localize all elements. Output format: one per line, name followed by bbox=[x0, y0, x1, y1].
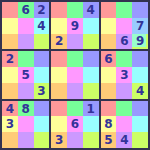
cell-r3c1[interactable] bbox=[2, 34, 18, 50]
cell-r9c5[interactable] bbox=[67, 132, 83, 148]
cell-r2c4[interactable] bbox=[51, 18, 67, 34]
cell-r8c8[interactable] bbox=[116, 116, 132, 132]
box-2: 492 bbox=[51, 2, 98, 49]
cell-r8c2[interactable] bbox=[18, 116, 34, 132]
cell-r1c1[interactable] bbox=[2, 2, 18, 18]
cell-r1c8[interactable] bbox=[116, 2, 132, 18]
cell-r1c4[interactable] bbox=[51, 2, 67, 18]
cell-r4c9[interactable] bbox=[132, 51, 148, 67]
cell-r5c7[interactable] bbox=[101, 67, 117, 83]
cell-r4c8[interactable] bbox=[116, 51, 132, 67]
cell-r6c2[interactable] bbox=[18, 83, 34, 99]
cell-r7c5[interactable] bbox=[67, 101, 83, 117]
cell-r6c9[interactable]: 4 bbox=[132, 83, 148, 99]
cell-r1c5[interactable] bbox=[67, 2, 83, 18]
cell-r3c4[interactable]: 2 bbox=[51, 34, 67, 50]
cell-r7c3[interactable] bbox=[34, 101, 50, 117]
cell-r5c5[interactable] bbox=[67, 67, 83, 83]
cell-r2c1[interactable] bbox=[2, 18, 18, 34]
cell-r6c5[interactable] bbox=[67, 83, 83, 99]
cell-r1c7[interactable] bbox=[101, 2, 117, 18]
cell-r2c5[interactable]: 9 bbox=[67, 18, 83, 34]
cell-r2c9[interactable]: 7 bbox=[132, 18, 148, 34]
box-3: 769 bbox=[101, 2, 148, 49]
cell-r1c3[interactable]: 2 bbox=[34, 2, 50, 18]
cell-r1c9[interactable] bbox=[132, 2, 148, 18]
cell-r8c6[interactable] bbox=[83, 116, 99, 132]
cell-r4c2[interactable] bbox=[18, 51, 34, 67]
cell-r7c4[interactable] bbox=[51, 101, 67, 117]
cell-r8c5[interactable]: 6 bbox=[67, 116, 83, 132]
cell-r9c1[interactable] bbox=[2, 132, 18, 148]
cell-r9c8[interactable]: 4 bbox=[116, 132, 132, 148]
cell-r9c6[interactable] bbox=[83, 132, 99, 148]
cell-r1c2[interactable]: 6 bbox=[18, 2, 34, 18]
cell-r3c2[interactable] bbox=[18, 34, 34, 50]
cell-r8c3[interactable] bbox=[34, 116, 50, 132]
cell-r2c6[interactable] bbox=[83, 18, 99, 34]
cell-r4c3[interactable] bbox=[34, 51, 50, 67]
cell-r9c7[interactable]: 5 bbox=[101, 132, 117, 148]
cell-r8c9[interactable] bbox=[132, 116, 148, 132]
cell-r5c9[interactable] bbox=[132, 67, 148, 83]
cell-r7c8[interactable] bbox=[116, 101, 132, 117]
cell-r5c4[interactable] bbox=[51, 67, 67, 83]
box-5 bbox=[51, 51, 98, 98]
cell-r3c9[interactable]: 9 bbox=[132, 34, 148, 50]
box-6: 634 bbox=[101, 51, 148, 98]
cell-r6c6[interactable] bbox=[83, 83, 99, 99]
cell-r7c9[interactable] bbox=[132, 101, 148, 117]
box-7: 483 bbox=[2, 101, 49, 148]
cell-r3c7[interactable] bbox=[101, 34, 117, 50]
cell-r4c7[interactable]: 6 bbox=[101, 51, 117, 67]
cell-r2c7[interactable] bbox=[101, 18, 117, 34]
cell-r5c8[interactable]: 3 bbox=[116, 67, 132, 83]
box-9: 854 bbox=[101, 101, 148, 148]
box-8: 163 bbox=[51, 101, 98, 148]
cell-r9c4[interactable]: 3 bbox=[51, 132, 67, 148]
cell-r8c1[interactable]: 3 bbox=[2, 116, 18, 132]
cell-r7c7[interactable] bbox=[101, 101, 117, 117]
cell-r8c7[interactable]: 8 bbox=[101, 116, 117, 132]
cell-r3c3[interactable] bbox=[34, 34, 50, 50]
cell-r4c6[interactable] bbox=[83, 51, 99, 67]
cell-r5c3[interactable] bbox=[34, 67, 50, 83]
cell-r4c5[interactable] bbox=[67, 51, 83, 67]
cell-r6c4[interactable] bbox=[51, 83, 67, 99]
cell-r5c1[interactable] bbox=[2, 67, 18, 83]
cell-r5c6[interactable] bbox=[83, 67, 99, 83]
cell-r7c1[interactable]: 4 bbox=[2, 101, 18, 117]
cell-r9c3[interactable] bbox=[34, 132, 50, 148]
cell-r8c4[interactable] bbox=[51, 116, 67, 132]
box-1: 624 bbox=[2, 2, 49, 49]
cell-r6c8[interactable] bbox=[116, 83, 132, 99]
box-4: 253 bbox=[2, 51, 49, 98]
cell-r6c1[interactable] bbox=[2, 83, 18, 99]
cell-r2c8[interactable] bbox=[116, 18, 132, 34]
cell-r9c9[interactable] bbox=[132, 132, 148, 148]
cell-r3c6[interactable] bbox=[83, 34, 99, 50]
cell-r5c2[interactable]: 5 bbox=[18, 67, 34, 83]
cell-r6c3[interactable]: 3 bbox=[34, 83, 50, 99]
cell-r2c3[interactable]: 4 bbox=[34, 18, 50, 34]
sudoku-board: 624492769253634483163854 bbox=[0, 0, 150, 150]
cell-r4c4[interactable] bbox=[51, 51, 67, 67]
cell-r6c7[interactable] bbox=[101, 83, 117, 99]
cell-r9c2[interactable] bbox=[18, 132, 34, 148]
cell-r4c1[interactable]: 2 bbox=[2, 51, 18, 67]
cell-r7c2[interactable]: 8 bbox=[18, 101, 34, 117]
cell-r1c6[interactable]: 4 bbox=[83, 2, 99, 18]
cell-r3c5[interactable] bbox=[67, 34, 83, 50]
cell-r2c2[interactable] bbox=[18, 18, 34, 34]
cell-r7c6[interactable]: 1 bbox=[83, 101, 99, 117]
cell-r3c8[interactable]: 6 bbox=[116, 34, 132, 50]
